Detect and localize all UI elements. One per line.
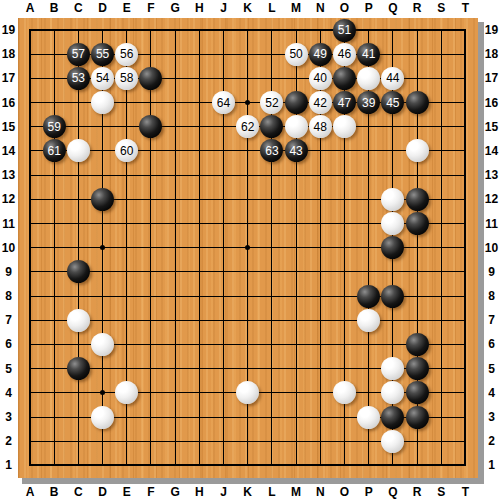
row-label: 16 <box>0 96 17 110</box>
move-number: 47 <box>338 97 351 109</box>
row-label: 14 <box>0 144 17 158</box>
stone-black-r11[interactable] <box>406 212 429 235</box>
column-label: E <box>117 1 137 15</box>
column-label: T <box>455 1 475 15</box>
row-label: 8 <box>0 289 17 303</box>
column-label: N <box>310 485 330 499</box>
column-label: R <box>407 1 427 15</box>
move-number: 39 <box>362 97 375 109</box>
move-number: 49 <box>314 48 327 60</box>
move-number: 59 <box>48 121 61 133</box>
move-number: 62 <box>241 121 254 133</box>
move-number: 41 <box>362 48 375 60</box>
stone-white-n15[interactable]: 48 <box>309 115 332 138</box>
stone-white-d16[interactable] <box>91 91 114 114</box>
row-label: 13 <box>0 168 17 182</box>
board-shadow-bottom <box>22 478 484 484</box>
stone-white-m15[interactable] <box>285 115 308 138</box>
column-label: L <box>262 1 282 15</box>
row-label: 3 <box>483 410 500 424</box>
stone-white-d3[interactable] <box>91 406 114 429</box>
move-number: 58 <box>120 72 133 84</box>
row-label: 12 <box>0 192 17 206</box>
stone-black-m16[interactable] <box>285 91 308 114</box>
column-label: J <box>214 485 234 499</box>
stone-black-r12[interactable] <box>406 188 429 211</box>
stone-black-r5[interactable] <box>406 357 429 380</box>
move-number: 43 <box>289 145 302 157</box>
stone-white-q2[interactable] <box>381 430 404 453</box>
column-label: J <box>214 1 234 15</box>
stone-black-r4[interactable] <box>406 381 429 404</box>
column-label: F <box>141 1 161 15</box>
stone-white-d17[interactable]: 54 <box>91 67 114 90</box>
move-number: 50 <box>289 48 302 60</box>
move-number: 48 <box>314 121 327 133</box>
move-number: 46 <box>338 48 351 60</box>
stone-white-p7[interactable] <box>357 309 380 332</box>
move-number: 64 <box>217 97 230 109</box>
column-label: T <box>455 485 475 499</box>
row-label: 10 <box>483 241 500 255</box>
column-label: E <box>117 485 137 499</box>
move-number: 53 <box>72 72 85 84</box>
row-label: 4 <box>483 386 500 400</box>
stone-black-d12[interactable] <box>91 188 114 211</box>
row-label: 15 <box>0 120 17 134</box>
move-number: 45 <box>386 97 399 109</box>
column-label: M <box>286 485 306 499</box>
column-label: C <box>68 485 88 499</box>
column-label: O <box>334 485 354 499</box>
stone-black-m14[interactable]: 43 <box>285 139 308 162</box>
stone-white-r14[interactable] <box>406 139 429 162</box>
stone-white-n16[interactable]: 42 <box>309 91 332 114</box>
stone-black-n18[interactable]: 49 <box>309 43 332 66</box>
stone-white-c7[interactable] <box>67 309 90 332</box>
row-label: 17 <box>0 71 17 85</box>
stone-white-p3[interactable] <box>357 406 380 429</box>
move-number: 60 <box>120 145 133 157</box>
move-number: 44 <box>386 72 399 84</box>
move-number: 63 <box>265 145 278 157</box>
column-label: O <box>334 1 354 15</box>
stone-white-n17[interactable]: 40 <box>309 67 332 90</box>
row-label: 9 <box>483 265 500 279</box>
column-label: R <box>407 485 427 499</box>
row-label: 11 <box>0 217 17 231</box>
column-label: C <box>68 1 88 15</box>
column-label: Q <box>383 1 403 15</box>
row-label: 5 <box>0 362 17 376</box>
move-number: 57 <box>72 48 85 60</box>
row-label: 18 <box>483 47 500 61</box>
move-number: 61 <box>48 145 61 157</box>
column-label: B <box>44 485 64 499</box>
row-label: 13 <box>483 168 500 182</box>
column-label: G <box>165 1 185 15</box>
row-label: 2 <box>0 434 17 448</box>
row-label: 19 <box>0 23 17 37</box>
column-label: H <box>189 1 209 15</box>
stone-black-o19[interactable]: 51 <box>333 19 356 42</box>
column-label: D <box>93 1 113 15</box>
row-label: 1 <box>0 458 17 472</box>
move-number: 55 <box>96 48 109 60</box>
stone-black-p8[interactable] <box>357 285 380 308</box>
row-label: 17 <box>483 71 500 85</box>
stone-black-r3[interactable] <box>406 406 429 429</box>
stone-white-o18[interactable]: 46 <box>333 43 356 66</box>
row-label: 4 <box>0 386 17 400</box>
row-label: 10 <box>0 241 17 255</box>
column-label: Q <box>383 485 403 499</box>
stone-black-q8[interactable] <box>381 285 404 308</box>
row-label: 16 <box>483 96 500 110</box>
row-label: 9 <box>0 265 17 279</box>
column-label: P <box>359 485 379 499</box>
stone-white-d6[interactable] <box>91 333 114 356</box>
stone-black-r6[interactable] <box>406 333 429 356</box>
column-label: K <box>238 1 258 15</box>
stone-white-e17[interactable]: 58 <box>115 67 138 90</box>
move-number: 54 <box>96 72 109 84</box>
column-label: L <box>262 485 282 499</box>
go-board-window: ABCDEFGHJKLMNOPQRST ABCDEFGHJKLMNOPQRST … <box>0 0 500 500</box>
stone-black-o16[interactable]: 47 <box>333 91 356 114</box>
stone-black-r16[interactable] <box>406 91 429 114</box>
row-label: 6 <box>0 337 17 351</box>
column-label: F <box>141 485 161 499</box>
row-label: 14 <box>483 144 500 158</box>
stone-black-d18[interactable]: 55 <box>91 43 114 66</box>
stone-black-o17[interactable] <box>333 67 356 90</box>
move-number: 40 <box>314 72 327 84</box>
row-label: 19 <box>483 23 500 37</box>
row-label: 15 <box>483 120 500 134</box>
column-label: M <box>286 1 306 15</box>
row-label: 11 <box>483 217 500 231</box>
move-number: 51 <box>338 24 351 36</box>
column-label: P <box>359 1 379 15</box>
stone-black-p18[interactable]: 41 <box>357 43 380 66</box>
row-label: 7 <box>483 313 500 327</box>
row-label: 3 <box>0 410 17 424</box>
move-number: 52 <box>265 97 278 109</box>
stone-black-c17[interactable]: 53 <box>67 67 90 90</box>
stone-black-b15[interactable]: 59 <box>43 115 66 138</box>
column-label: N <box>310 1 330 15</box>
row-label: 8 <box>483 289 500 303</box>
row-label: 2 <box>483 434 500 448</box>
row-label: 6 <box>483 337 500 351</box>
move-number: 56 <box>120 48 133 60</box>
row-label: 18 <box>0 47 17 61</box>
row-label: 1 <box>483 458 500 472</box>
stone-white-e18[interactable]: 56 <box>115 43 138 66</box>
stone-black-c5[interactable] <box>67 357 90 380</box>
row-label: 7 <box>0 313 17 327</box>
move-number: 42 <box>314 97 327 109</box>
row-label: 12 <box>483 192 500 206</box>
stone-white-j16[interactable]: 64 <box>212 91 235 114</box>
column-label: S <box>431 485 451 499</box>
stone-black-b14[interactable]: 61 <box>43 139 66 162</box>
stone-white-p17[interactable] <box>357 67 380 90</box>
stone-black-q3[interactable] <box>381 406 404 429</box>
row-label: 5 <box>483 362 500 376</box>
column-label: D <box>93 485 113 499</box>
stone-black-c18[interactable]: 57 <box>67 43 90 66</box>
column-label: B <box>44 1 64 15</box>
column-label: K <box>238 485 258 499</box>
column-label: S <box>431 1 451 15</box>
column-label: A <box>20 485 40 499</box>
column-label: H <box>189 485 209 499</box>
column-label: G <box>165 485 185 499</box>
column-label: A <box>20 1 40 15</box>
stone-white-m18[interactable]: 50 <box>285 43 308 66</box>
